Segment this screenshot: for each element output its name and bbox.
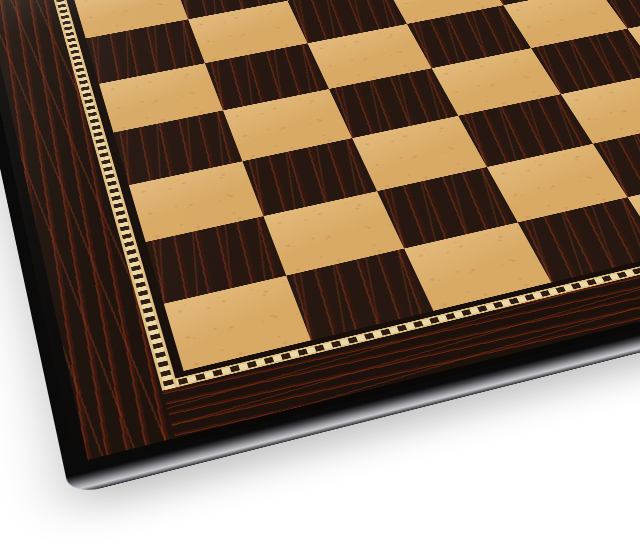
chess-board: [0, 0, 640, 470]
photo-scene: [0, 0, 640, 550]
